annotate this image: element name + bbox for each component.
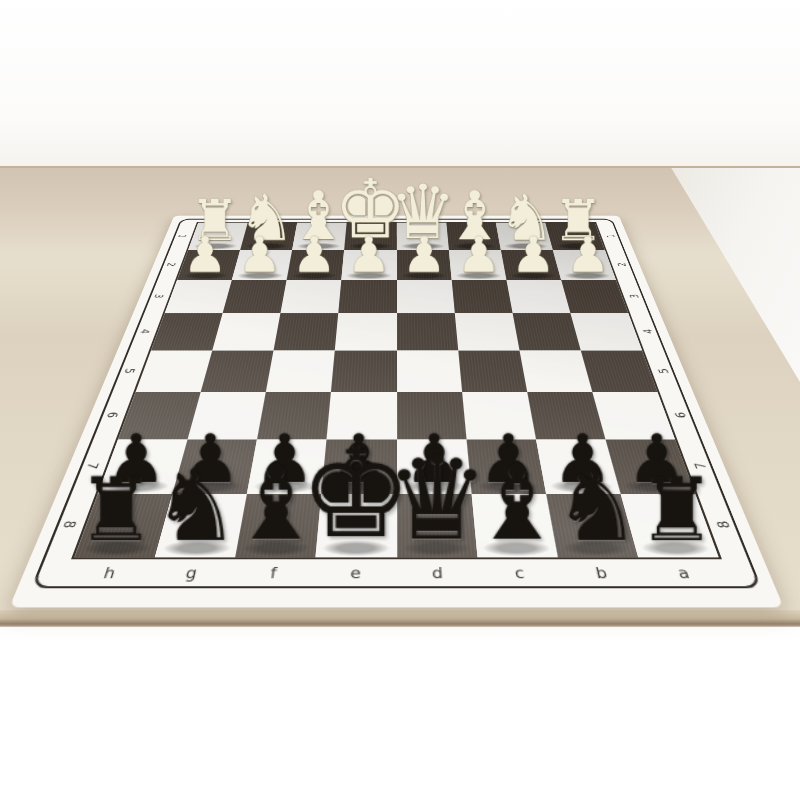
square-d8[interactable]: ♛	[397, 494, 478, 557]
square-e2[interactable]: ♟	[342, 250, 397, 280]
file-label-f: f	[230, 563, 315, 585]
square-g8[interactable]: ♞	[155, 494, 247, 557]
windowsill-front-edge	[0, 610, 800, 627]
square-g3[interactable]	[223, 280, 287, 313]
square-b2[interactable]: ♟	[501, 250, 561, 280]
square-f2[interactable]: ♟	[287, 250, 345, 280]
square-e3[interactable]	[339, 280, 397, 313]
square-f5[interactable]	[266, 350, 335, 392]
rank-label-left-3: 3	[127, 290, 189, 303]
white-pawn-c2[interactable]: ♟	[456, 231, 500, 278]
rank-label-left-4: 4	[112, 324, 178, 338]
square-b4[interactable]	[512, 313, 580, 350]
square-e5[interactable]	[331, 350, 396, 392]
white-pawn-f2[interactable]: ♟	[292, 231, 336, 278]
square-g4[interactable]	[212, 313, 280, 350]
black-knight-g8[interactable]: ♞	[152, 460, 240, 553]
file-label-d: d	[397, 563, 480, 585]
background-white-band-top	[0, 0, 800, 166]
square-e4[interactable]	[335, 313, 396, 350]
file-label-b: b	[559, 563, 646, 585]
black-rook-h8[interactable]: ♜	[77, 470, 156, 553]
square-c5[interactable]	[458, 350, 527, 392]
black-queen-d8[interactable]: ♛	[385, 443, 489, 553]
square-b3[interactable]	[506, 280, 570, 313]
rank-label-left-1: 1	[154, 231, 209, 241]
white-pawn-e2[interactable]: ♟	[347, 231, 391, 278]
file-label-h: h	[64, 563, 153, 585]
white-pawn-g2[interactable]: ♟	[238, 231, 282, 278]
white-pawn-d2[interactable]: ♟	[402, 231, 446, 278]
file-labels-bottom: hgfedcba	[64, 563, 729, 585]
square-c2[interactable]: ♟	[449, 250, 507, 280]
rank-label-right-1: 1	[584, 231, 639, 241]
black-knight-b8[interactable]: ♞	[553, 460, 641, 553]
rank-label-right-3: 3	[604, 290, 666, 303]
square-f4[interactable]	[274, 313, 339, 350]
rank-label-right-4: 4	[616, 324, 682, 338]
square-b8[interactable]: ♞	[546, 494, 638, 557]
white-pawn-b2[interactable]: ♟	[511, 231, 555, 278]
square-g5[interactable]	[201, 350, 274, 392]
square-d2[interactable]: ♟	[397, 250, 452, 280]
square-c4[interactable]	[454, 313, 519, 350]
square-b5[interactable]	[519, 350, 592, 392]
square-c3[interactable]	[451, 280, 512, 313]
square-g2[interactable]: ♟	[232, 250, 292, 280]
square-d3[interactable]	[397, 280, 455, 313]
file-label-a: a	[640, 563, 729, 585]
square-f3[interactable]	[281, 280, 342, 313]
file-label-e: e	[313, 563, 396, 585]
square-d4[interactable]	[397, 313, 458, 350]
background-white-band-bottom	[0, 627, 800, 800]
rank-label-right-2: 2	[593, 259, 651, 270]
black-rook-a8[interactable]: ♜	[638, 470, 717, 553]
rank-label-left-2: 2	[141, 259, 199, 270]
file-label-c: c	[478, 563, 563, 585]
file-label-g: g	[147, 563, 234, 585]
square-d5[interactable]	[397, 350, 462, 392]
